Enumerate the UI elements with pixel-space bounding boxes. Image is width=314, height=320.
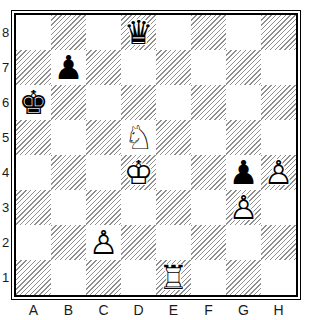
white-pawn-icon: ♙ [261,155,296,190]
square-e4[interactable] [156,155,191,190]
file-label-a: A [16,302,51,319]
black-king-icon: ♚ [16,85,51,120]
square-e5[interactable] [156,120,191,155]
square-g6[interactable] [226,85,261,120]
black-pawn-icon: ♟ [226,155,261,190]
square-g2[interactable] [226,225,261,260]
square-d1[interactable] [121,260,156,295]
square-a8[interactable] [16,15,51,50]
square-a5[interactable] [16,120,51,155]
square-f3[interactable] [191,190,226,225]
square-g8[interactable] [226,15,261,50]
rank-label-8: 8 [0,15,11,50]
white-knight-icon: ♘ [121,120,156,155]
square-b1[interactable] [51,260,86,295]
white-rook-icon: ♖ [156,260,191,295]
file-label-f: F [191,302,226,319]
file-label-d: D [121,302,156,319]
square-c7[interactable] [86,50,121,85]
square-a4[interactable] [16,155,51,190]
piece-c2-white-pawn[interactable]: ♟♙ [86,225,121,260]
black-pawn-icon: ♟ [51,50,86,85]
square-h5[interactable] [261,120,296,155]
chess-board: ♛♛♟♟♚♚♞♘♚♔♟♟♟♙♟♙♟♙♜♖ [11,10,301,300]
square-a3[interactable] [16,190,51,225]
square-c6[interactable] [86,85,121,120]
piece-d4-white-king[interactable]: ♚♔ [121,155,156,190]
piece-d5-white-knight[interactable]: ♞♘ [121,120,156,155]
file-label-b: B [51,302,86,319]
rank-label-2: 2 [0,225,11,260]
file-label-g: G [226,302,261,319]
piece-b7-black-pawn[interactable]: ♟♟ [51,50,86,85]
square-b2[interactable] [51,225,86,260]
square-h6[interactable] [261,85,296,120]
square-c4[interactable] [86,155,121,190]
square-f7[interactable] [191,50,226,85]
board-squares: ♛♛♟♟♚♚♞♘♚♔♟♟♟♙♟♙♟♙♜♖ [14,13,298,297]
square-f5[interactable] [191,120,226,155]
square-h7[interactable] [261,50,296,85]
piece-e1-white-rook[interactable]: ♜♖ [156,260,191,295]
square-d6[interactable] [121,85,156,120]
file-label-c: C [86,302,121,319]
square-c5[interactable] [86,120,121,155]
square-h1[interactable] [261,260,296,295]
rank-label-6: 6 [0,85,11,120]
rank-labels: 87654321 [0,15,11,295]
square-b8[interactable] [51,15,86,50]
square-e2[interactable] [156,225,191,260]
square-a1[interactable] [16,260,51,295]
file-labels: ABCDEFGH [16,302,296,319]
square-h3[interactable] [261,190,296,225]
rank-label-1: 1 [0,260,11,295]
square-a7[interactable] [16,50,51,85]
square-d3[interactable] [121,190,156,225]
square-f1[interactable] [191,260,226,295]
white-pawn-icon: ♙ [226,190,261,225]
square-e7[interactable] [156,50,191,85]
square-a2[interactable] [16,225,51,260]
rank-label-5: 5 [0,120,11,155]
piece-d8-black-queen[interactable]: ♛♛ [121,15,156,50]
square-d7[interactable] [121,50,156,85]
piece-a6-black-king[interactable]: ♚♚ [16,85,51,120]
square-c1[interactable] [86,260,121,295]
square-e8[interactable] [156,15,191,50]
square-g1[interactable] [226,260,261,295]
piece-h4-white-pawn[interactable]: ♟♙ [261,155,296,190]
square-f2[interactable] [191,225,226,260]
square-e3[interactable] [156,190,191,225]
square-e6[interactable] [156,85,191,120]
square-b6[interactable] [51,85,86,120]
piece-g3-white-pawn[interactable]: ♟♙ [226,190,261,225]
rank-label-3: 3 [0,190,11,225]
piece-g4-black-pawn[interactable]: ♟♟ [226,155,261,190]
rank-label-4: 4 [0,155,11,190]
square-b3[interactable] [51,190,86,225]
black-queen-icon: ♛ [121,15,156,50]
square-h8[interactable] [261,15,296,50]
square-f6[interactable] [191,85,226,120]
file-label-e: E [156,302,191,319]
square-c3[interactable] [86,190,121,225]
square-b5[interactable] [51,120,86,155]
square-g7[interactable] [226,50,261,85]
square-b4[interactable] [51,155,86,190]
white-king-icon: ♔ [121,155,156,190]
square-f4[interactable] [191,155,226,190]
square-c8[interactable] [86,15,121,50]
square-f8[interactable] [191,15,226,50]
square-g5[interactable] [226,120,261,155]
square-d2[interactable] [121,225,156,260]
white-pawn-icon: ♙ [86,225,121,260]
file-label-h: H [261,302,296,319]
rank-label-7: 7 [0,50,11,85]
square-h2[interactable] [261,225,296,260]
